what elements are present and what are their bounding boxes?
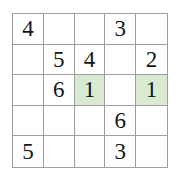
grid-cell[interactable]: 1 (136, 75, 167, 106)
grid-cell[interactable] (136, 106, 167, 137)
puzzle-grid: 43542611653 (12, 13, 168, 168)
grid-cell[interactable] (136, 136, 167, 167)
grid-cell[interactable]: 5 (44, 45, 75, 76)
grid-cell[interactable] (13, 75, 44, 106)
grid-cell[interactable]: 6 (105, 106, 136, 137)
grid-cell[interactable] (75, 106, 106, 137)
grid-cell[interactable] (13, 45, 44, 76)
grid-cell[interactable]: 5 (13, 136, 44, 167)
grid-cell[interactable]: 3 (105, 14, 136, 45)
grid-cell[interactable] (44, 136, 75, 167)
grid-cell[interactable]: 1 (75, 75, 106, 106)
grid-cell[interactable] (44, 14, 75, 45)
grid-cell[interactable]: 4 (75, 45, 106, 76)
grid-cell[interactable] (105, 45, 136, 76)
grid-cell[interactable] (75, 136, 106, 167)
grid-cell[interactable] (75, 14, 106, 45)
grid-cell[interactable] (105, 75, 136, 106)
grid-cell[interactable]: 6 (44, 75, 75, 106)
grid-cell[interactable]: 4 (13, 14, 44, 45)
grid-cell[interactable] (13, 106, 44, 137)
grid-cell[interactable] (136, 14, 167, 45)
grid-cell[interactable]: 2 (136, 45, 167, 76)
grid-cell[interactable] (44, 106, 75, 137)
grid-cell[interactable]: 3 (105, 136, 136, 167)
